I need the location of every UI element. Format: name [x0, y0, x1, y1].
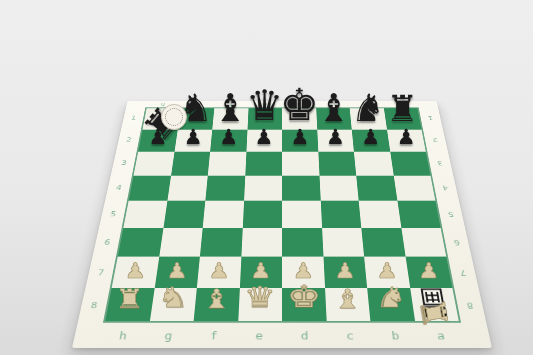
square-h6 — [118, 228, 163, 257]
square-g8 — [149, 288, 196, 321]
square-c1 — [316, 108, 352, 129]
square-b6 — [361, 228, 405, 257]
square-b1 — [350, 108, 387, 129]
square-g7 — [154, 257, 200, 288]
square-f1 — [212, 108, 248, 129]
square-a8: SCAN ME — [410, 288, 459, 321]
square-d4 — [282, 175, 320, 200]
square-c6 — [322, 228, 364, 257]
square-h7 — [112, 257, 159, 288]
chess-board-grid: SCAN ME — [103, 107, 461, 322]
square-e3 — [245, 152, 282, 176]
square-e5 — [242, 201, 282, 228]
file-label-c: c — [327, 323, 374, 348]
square-e7 — [239, 257, 282, 288]
square-d8 — [282, 288, 326, 321]
square-h5 — [123, 201, 167, 228]
file-label-e: e — [236, 323, 282, 348]
square-f4 — [205, 175, 245, 200]
square-b4 — [356, 175, 397, 200]
square-b8 — [367, 288, 414, 321]
square-e4 — [244, 175, 282, 200]
square-g4 — [167, 175, 208, 200]
square-f2 — [210, 129, 247, 151]
file-label-h: h — [98, 323, 148, 348]
square-e8 — [238, 288, 282, 321]
scan-me-badge: SCAN ME — [423, 306, 448, 317]
square-f7 — [197, 257, 241, 288]
square-a6 — [401, 228, 446, 257]
square-b5 — [359, 201, 401, 228]
square-g5 — [163, 201, 205, 228]
square-g1 — [177, 108, 214, 129]
file-label-a: a — [416, 323, 466, 348]
square-a7 — [405, 257, 452, 288]
square-a4 — [393, 175, 435, 200]
vinyl-chess-mat: hgfedcba hgfedcba 12345678 12345678 SCAN… — [72, 101, 492, 348]
square-h2 — [138, 129, 177, 151]
square-f8 — [194, 288, 240, 321]
square-e6 — [241, 228, 282, 257]
square-g2 — [174, 129, 212, 151]
square-b2 — [352, 129, 390, 151]
square-h8 — [105, 288, 154, 321]
square-a2 — [387, 129, 426, 151]
file-label-b: b — [372, 323, 420, 348]
square-a5 — [397, 201, 441, 228]
square-b3 — [354, 152, 393, 176]
file-label-f: f — [190, 323, 237, 348]
square-g6 — [159, 228, 203, 257]
square-e2 — [246, 129, 282, 151]
square-c7 — [323, 257, 367, 288]
square-g3 — [171, 152, 210, 176]
square-f5 — [203, 201, 244, 228]
square-d5 — [282, 201, 322, 228]
square-d3 — [282, 152, 319, 176]
square-b7 — [364, 257, 410, 288]
square-a3 — [390, 152, 431, 176]
square-d6 — [282, 228, 323, 257]
square-c5 — [320, 201, 361, 228]
square-d2 — [282, 129, 318, 151]
file-label-d: d — [282, 323, 328, 348]
square-h3 — [134, 152, 175, 176]
file-labels-bottom: hgfedcba — [98, 323, 466, 348]
square-h4 — [129, 175, 171, 200]
square-c2 — [317, 129, 354, 151]
square-e1 — [247, 108, 282, 129]
square-f6 — [200, 228, 242, 257]
square-f3 — [208, 152, 246, 176]
qr-code-icon — [421, 288, 445, 305]
square-d1 — [282, 108, 317, 129]
square-d7 — [282, 257, 325, 288]
square-c8 — [325, 288, 371, 321]
square-c3 — [318, 152, 356, 176]
square-a1 — [384, 108, 422, 129]
file-label-g: g — [144, 323, 192, 348]
photo-backdrop: hgfedcba hgfedcba 12345678 12345678 SCAN… — [0, 0, 533, 355]
square-h1 — [143, 108, 181, 129]
qr-logo: SCAN ME — [420, 288, 448, 317]
square-c4 — [319, 175, 359, 200]
